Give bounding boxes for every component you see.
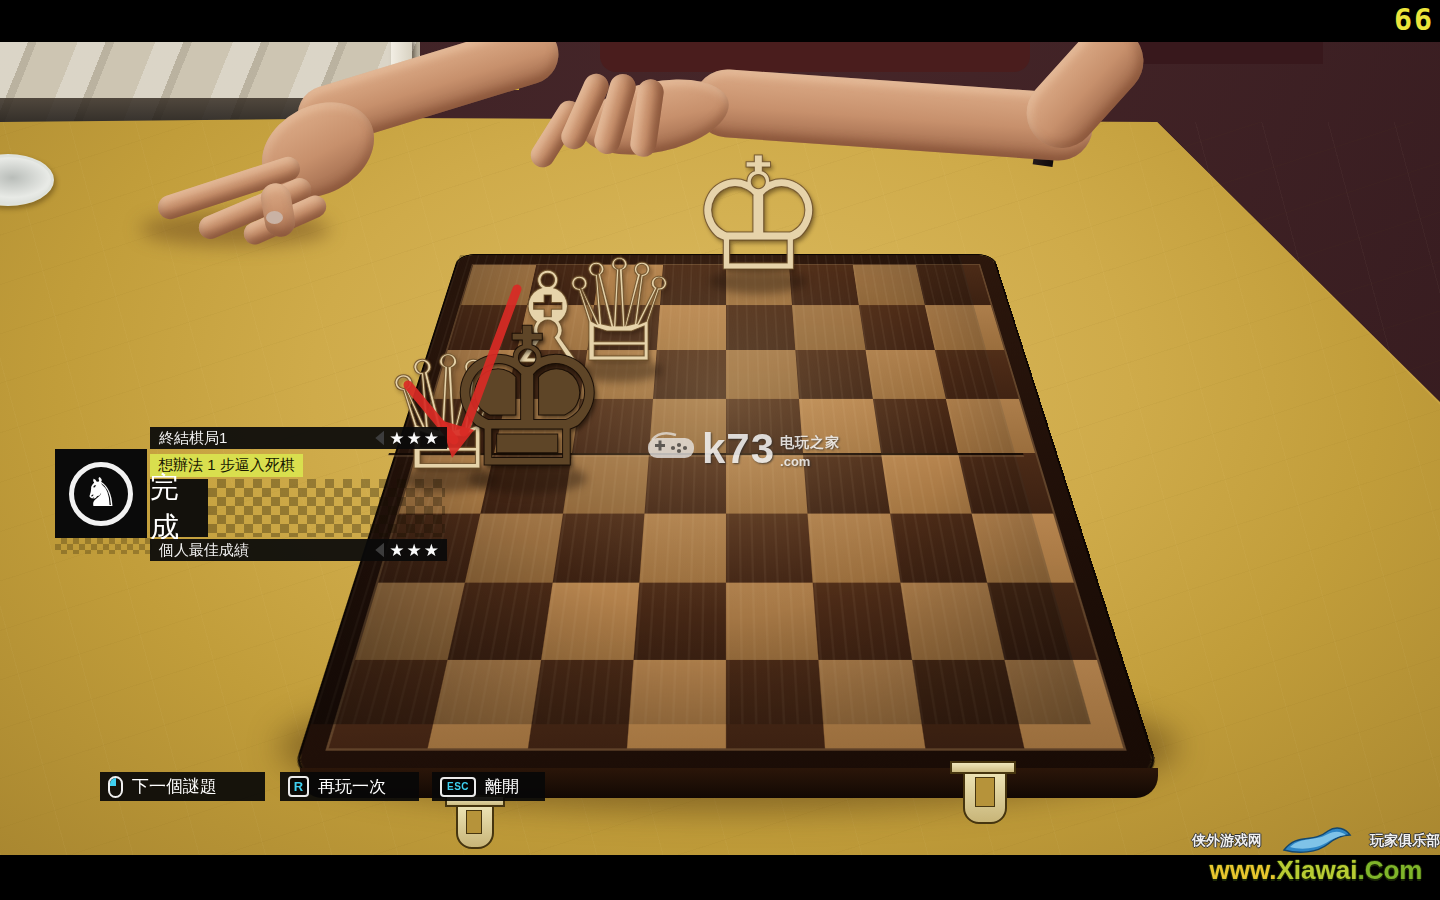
- wave-flag-icon: [1280, 826, 1352, 856]
- puzzle-title-bar: 終結棋局1 ★★★: [150, 427, 447, 449]
- fps-counter: 66: [1394, 2, 1434, 37]
- best-stars: ★★★: [389, 542, 441, 559]
- k73-watermark: k73 电玩之家 .com: [646, 430, 840, 469]
- status-complete: 完成: [150, 479, 208, 537]
- replay-label: 再玩一次: [318, 775, 386, 798]
- next-puzzle-label: 下一個謎題: [132, 775, 217, 798]
- panel-dither: [208, 479, 445, 537]
- personal-best-label: 個人最佳成績: [159, 541, 249, 560]
- chevron-left-icon: [375, 543, 384, 558]
- next-puzzle-button[interactable]: 下一個謎題: [100, 772, 265, 801]
- replay-button[interactable]: R 再玩一次: [280, 772, 419, 801]
- gamepad-icon: [646, 430, 696, 460]
- key-esc-icon: ESC: [440, 777, 476, 797]
- piece-shadow: [509, 361, 587, 381]
- panel-dither-small: [55, 538, 152, 554]
- k73-com-text: .com: [780, 454, 840, 469]
- xiawai-site-name: 侠外游戏网: [1192, 832, 1262, 850]
- k73-cn-text: 电玩之家: [780, 434, 840, 452]
- xiawai-watermark: 侠外游戏网 玩家俱乐部 www.Xiawai.Com: [1192, 826, 1440, 883]
- title-stars: ★★★: [389, 430, 441, 447]
- piece-shadow: [468, 463, 587, 494]
- k73-logo-text: k73: [702, 430, 775, 468]
- puzzle-icon-box: ♞: [55, 449, 147, 538]
- exit-button[interactable]: ESC 離開: [432, 772, 545, 801]
- top-letterbox: 66: [0, 0, 1440, 42]
- exit-label: 離開: [485, 775, 519, 798]
- personal-best-bar: 個人最佳成績 ★★★: [150, 539, 447, 561]
- game-scene: ♔♕♗♕♚ k73 电玩之家 .com ♞: [0, 42, 1440, 855]
- puzzle-title: 終結棋局1: [159, 429, 227, 448]
- xiawai-club-name: 玩家俱乐部: [1370, 832, 1440, 850]
- xiawai-url: www.Xiawai.Com: [1192, 857, 1440, 883]
- mouse-left-click-icon: [108, 776, 123, 798]
- knight-icon: ♞: [69, 462, 133, 526]
- piece-shadow: [710, 269, 807, 294]
- piece-shadow: [576, 359, 663, 381]
- chevron-left-icon: [375, 431, 384, 446]
- screenshot-root: ♔♕♗♕♚ k73 电玩之家 .com ♞: [0, 0, 1440, 900]
- key-r-icon: R: [288, 776, 309, 797]
